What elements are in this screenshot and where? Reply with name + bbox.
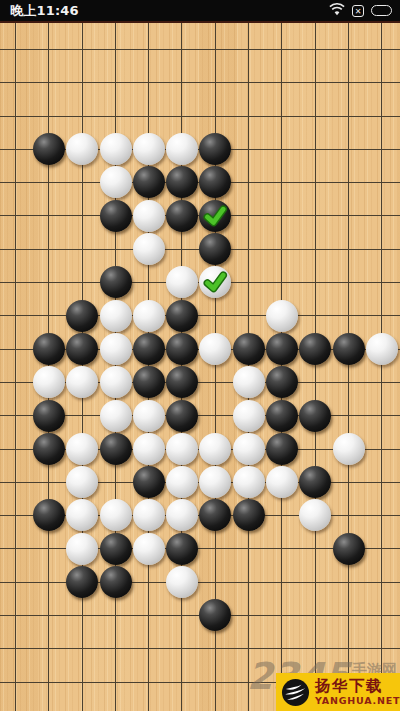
black-stone [33, 499, 65, 531]
white-stone [133, 300, 165, 332]
black-stone [333, 533, 365, 565]
white-stone [133, 499, 165, 531]
white-stone [299, 499, 331, 531]
battery-icon [371, 5, 392, 16]
white-stone [66, 433, 98, 465]
white-stone [66, 466, 98, 498]
black-stone [33, 333, 65, 365]
white-stone [233, 366, 265, 398]
badge-title: 扬华下载 [315, 679, 400, 695]
black-stone [333, 333, 365, 365]
black-stone [66, 300, 98, 332]
black-stone [266, 333, 298, 365]
white-stone [133, 533, 165, 565]
go-board[interactable] [0, 23, 400, 711]
status-bar: 晚上11:46 ✕ [0, 0, 400, 23]
white-stone [100, 333, 132, 365]
white-stone [100, 133, 132, 165]
black-stone [166, 200, 198, 232]
black-stone [166, 300, 198, 332]
white-stone [133, 200, 165, 232]
white-stone [233, 466, 265, 498]
white-stone [166, 433, 198, 465]
white-stone [66, 499, 98, 531]
white-stone [100, 366, 132, 398]
white-stone [199, 333, 231, 365]
black-stone [266, 433, 298, 465]
white-stone [266, 466, 298, 498]
black-stone [100, 566, 132, 598]
black-stone [199, 499, 231, 531]
white-stone [133, 400, 165, 432]
white-stone [166, 499, 198, 531]
black-stone [233, 333, 265, 365]
no-sim-icon: ✕ [352, 5, 364, 17]
black-stone [166, 533, 198, 565]
black-stone [100, 266, 132, 298]
black-stone [166, 333, 198, 365]
white-stone [333, 433, 365, 465]
black-stone [299, 333, 331, 365]
white-stone [100, 400, 132, 432]
white-stone [233, 400, 265, 432]
black-stone [199, 599, 231, 631]
white-stone [199, 466, 231, 498]
white-stone [133, 133, 165, 165]
white-stone [100, 499, 132, 531]
black-stone [266, 366, 298, 398]
stone-layer [0, 33, 399, 699]
white-stone [166, 466, 198, 498]
black-stone [166, 400, 198, 432]
white-stone [199, 266, 231, 298]
black-stone [100, 533, 132, 565]
badge-text: 扬华下载 YANGHUA.NET [315, 679, 400, 706]
yanghua-download-badge: 扬华下载 YANGHUA.NET [276, 673, 400, 711]
clock-text: 晚上11:46 [10, 2, 79, 20]
white-stone [66, 133, 98, 165]
black-stone [299, 466, 331, 498]
black-stone [133, 366, 165, 398]
black-stone [66, 333, 98, 365]
last-move-check-icon [199, 200, 231, 232]
white-stone [266, 300, 298, 332]
black-stone [166, 366, 198, 398]
black-stone [166, 166, 198, 198]
last-move-check-icon [199, 266, 231, 298]
white-stone [33, 366, 65, 398]
white-stone [166, 566, 198, 598]
status-icons: ✕ [329, 1, 392, 20]
black-stone [33, 400, 65, 432]
black-stone [133, 166, 165, 198]
yanghua-logo-icon [281, 678, 310, 707]
white-stone [366, 333, 398, 365]
black-stone [33, 433, 65, 465]
white-stone [100, 166, 132, 198]
black-stone [100, 200, 132, 232]
black-stone [33, 133, 65, 165]
white-stone [100, 300, 132, 332]
white-stone [233, 433, 265, 465]
black-stone [199, 200, 231, 232]
black-stone [266, 400, 298, 432]
white-stone [133, 433, 165, 465]
black-stone [133, 333, 165, 365]
app-screen: 晚上11:46 ✕ 2345 手游网 [0, 0, 400, 711]
white-stone [66, 533, 98, 565]
black-stone [199, 133, 231, 165]
black-stone [133, 466, 165, 498]
wifi-icon [329, 1, 345, 20]
black-stone [299, 400, 331, 432]
badge-subtitle: YANGHUA.NET [315, 696, 400, 706]
white-stone [166, 266, 198, 298]
black-stone [66, 566, 98, 598]
black-stone [199, 233, 231, 265]
white-stone [66, 366, 98, 398]
white-stone [199, 433, 231, 465]
white-stone [133, 233, 165, 265]
black-stone [100, 433, 132, 465]
black-stone [199, 166, 231, 198]
white-stone [166, 133, 198, 165]
black-stone [233, 499, 265, 531]
